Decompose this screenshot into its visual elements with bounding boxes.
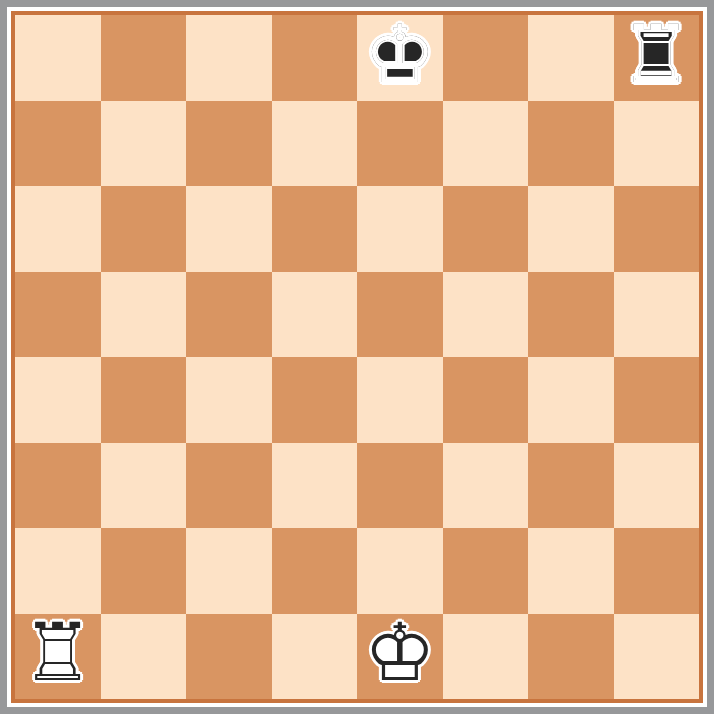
square-h1[interactable]	[614, 614, 700, 700]
square-f1[interactable]	[443, 614, 529, 700]
square-a8[interactable]	[15, 15, 101, 101]
square-e4[interactable]	[357, 357, 443, 443]
square-e8[interactable]: ♚♔	[357, 15, 443, 101]
square-f5[interactable]	[443, 272, 529, 358]
square-e2[interactable]	[357, 528, 443, 614]
square-g6[interactable]	[528, 186, 614, 272]
square-d6[interactable]	[272, 186, 358, 272]
square-f7[interactable]	[443, 101, 529, 187]
square-a6[interactable]	[15, 186, 101, 272]
square-h6[interactable]	[614, 186, 700, 272]
square-g3[interactable]	[528, 443, 614, 529]
square-c3[interactable]	[186, 443, 272, 529]
white-king-icon[interactable]: ♚♔	[357, 614, 443, 700]
square-e3[interactable]	[357, 443, 443, 529]
black-rook-icon[interactable]: ♜♖	[614, 15, 700, 101]
square-d2[interactable]	[272, 528, 358, 614]
square-b8[interactable]	[101, 15, 187, 101]
square-h7[interactable]	[614, 101, 700, 187]
square-g1[interactable]	[528, 614, 614, 700]
square-a5[interactable]	[15, 272, 101, 358]
square-h3[interactable]	[614, 443, 700, 529]
square-a4[interactable]	[15, 357, 101, 443]
square-g8[interactable]	[528, 15, 614, 101]
square-h8[interactable]: ♜♖	[614, 15, 700, 101]
square-g2[interactable]	[528, 528, 614, 614]
square-b2[interactable]	[101, 528, 187, 614]
square-c2[interactable]	[186, 528, 272, 614]
window-background: ♚♔♜♖♜♖♚♔	[0, 0, 714, 714]
piece-outline-glyph: ♔	[364, 15, 436, 95]
square-h4[interactable]	[614, 357, 700, 443]
piece-outline-glyph: ♖	[620, 15, 692, 95]
square-c5[interactable]	[186, 272, 272, 358]
square-b5[interactable]	[101, 272, 187, 358]
square-c8[interactable]	[186, 15, 272, 101]
square-b4[interactable]	[101, 357, 187, 443]
black-king-icon[interactable]: ♚♔	[357, 15, 443, 101]
chess-board[interactable]: ♚♔♜♖♜♖♚♔	[15, 15, 699, 699]
square-b7[interactable]	[101, 101, 187, 187]
square-f4[interactable]	[443, 357, 529, 443]
square-h2[interactable]	[614, 528, 700, 614]
square-a7[interactable]	[15, 101, 101, 187]
square-d4[interactable]	[272, 357, 358, 443]
square-d3[interactable]	[272, 443, 358, 529]
square-c1[interactable]	[186, 614, 272, 700]
square-b3[interactable]	[101, 443, 187, 529]
square-a2[interactable]	[15, 528, 101, 614]
piece-outline-glyph: ♔	[364, 613, 436, 693]
square-a3[interactable]	[15, 443, 101, 529]
square-h5[interactable]	[614, 272, 700, 358]
square-d5[interactable]	[272, 272, 358, 358]
square-g4[interactable]	[528, 357, 614, 443]
square-d7[interactable]	[272, 101, 358, 187]
square-e6[interactable]	[357, 186, 443, 272]
white-rook-icon[interactable]: ♜♖	[15, 614, 101, 700]
square-c4[interactable]	[186, 357, 272, 443]
square-c7[interactable]	[186, 101, 272, 187]
board-frame-gap: ♚♔♜♖♜♖♚♔	[7, 7, 707, 707]
square-d8[interactable]	[272, 15, 358, 101]
square-d1[interactable]	[272, 614, 358, 700]
square-b1[interactable]	[101, 614, 187, 700]
piece-outline-glyph: ♖	[22, 613, 94, 693]
square-a1[interactable]: ♜♖	[15, 614, 101, 700]
square-f3[interactable]	[443, 443, 529, 529]
board-frame-border: ♚♔♜♖♜♖♚♔	[11, 11, 703, 703]
square-c6[interactable]	[186, 186, 272, 272]
square-f6[interactable]	[443, 186, 529, 272]
square-b6[interactable]	[101, 186, 187, 272]
square-g7[interactable]	[528, 101, 614, 187]
square-f2[interactable]	[443, 528, 529, 614]
square-e7[interactable]	[357, 101, 443, 187]
square-f8[interactable]	[443, 15, 529, 101]
square-g5[interactable]	[528, 272, 614, 358]
square-e5[interactable]	[357, 272, 443, 358]
square-e1[interactable]: ♚♔	[357, 614, 443, 700]
